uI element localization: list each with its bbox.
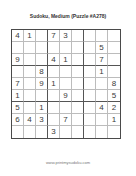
cell-r8c4 [48,114,60,126]
cell-r3c8: 7 [96,54,108,66]
cell-r2c5 [60,42,72,54]
cell-r5c4: 1 [48,78,60,90]
cell-r1c3 [36,30,48,42]
cell-r7c5 [60,102,72,114]
printable-sudoku-page: { "game": "sudoku", "title": "Sudoku, Me… [0,0,136,176]
cell-r2c6 [72,42,84,54]
cell-r5c9: 8 [108,78,120,90]
cell-r5c2 [24,78,36,90]
cell-r9c9 [108,126,120,138]
cell-r3c1: 9 [12,54,24,66]
cell-r8c5: 7 [60,114,72,126]
cell-r8c3: 3 [36,114,48,126]
cell-r8c6 [72,114,84,126]
cell-r7c9: 2 [108,102,120,114]
cell-r6c5: 9 [60,90,72,102]
cell-r4c1 [12,66,24,78]
cell-r1c9 [108,30,120,42]
cell-r5c3: 9 [36,78,48,90]
cell-r3c9 [108,54,120,66]
cell-r7c3: 1 [36,102,48,114]
cell-r4c6 [72,66,84,78]
cell-r3c6 [72,54,84,66]
cell-r6c9: 5 [108,90,120,102]
cell-r3c3 [36,54,48,66]
cell-r9c3 [36,126,48,138]
sudoku-grid: 4173594178179181955142643713 [11,29,121,139]
cell-r8c1: 6 [12,114,24,126]
cell-r9c5 [60,126,72,138]
cell-r3c4: 4 [48,54,60,66]
cell-r9c7 [84,126,96,138]
cell-r1c2: 1 [24,30,36,42]
cell-r1c1: 4 [12,30,24,42]
cell-r8c7 [84,114,96,126]
cell-r6c3 [36,90,48,102]
cell-r3c2 [24,54,36,66]
cell-r7c2 [24,102,36,114]
puzzle-title: Sudoku, Medium (Puzzle #A278) [0,13,136,19]
cell-r4c3: 8 [36,66,48,78]
sudoku-board-container: 4173594178179181955142643713 [11,29,121,139]
cell-r9c4: 3 [48,126,60,138]
footer-url: www.printmysudoku.com [0,160,136,165]
cell-r6c6 [72,90,84,102]
cell-r2c4 [48,42,60,54]
cell-r7c7 [84,102,96,114]
cell-r3c7 [84,54,96,66]
cell-r8c9: 1 [108,114,120,126]
cell-r7c6 [72,102,84,114]
cell-r2c9 [108,42,120,54]
cell-r3c5: 1 [60,54,72,66]
cell-r2c8: 5 [96,42,108,54]
cell-r5c1: 7 [12,78,24,90]
cell-r4c9 [108,66,120,78]
cell-r7c4 [48,102,60,114]
cell-r2c2 [24,42,36,54]
cell-r8c2: 4 [24,114,36,126]
cell-r2c3 [36,42,48,54]
cell-r5c8 [96,78,108,90]
cell-r4c4 [48,66,60,78]
cell-r6c1: 1 [12,90,24,102]
cell-r1c8 [96,30,108,42]
cell-r6c8 [96,90,108,102]
cell-r8c8 [96,114,108,126]
cell-r6c2 [24,90,36,102]
cell-r4c7 [84,66,96,78]
cell-r1c4: 7 [48,30,60,42]
cell-r2c7 [84,42,96,54]
cell-r4c8: 1 [96,66,108,78]
cell-r2c1 [12,42,24,54]
cell-r9c8 [96,126,108,138]
cell-r1c7 [84,30,96,42]
cell-r5c7 [84,78,96,90]
cell-r5c6 [72,78,84,90]
cell-r6c4 [48,90,60,102]
cell-r5c5 [60,78,72,90]
cell-r9c6 [72,126,84,138]
cell-r7c1: 5 [12,102,24,114]
cell-r9c2 [24,126,36,138]
cell-r7c8: 4 [96,102,108,114]
cell-r6c7 [84,90,96,102]
cell-r4c2 [24,66,36,78]
cell-r4c5 [60,66,72,78]
cell-r1c6 [72,30,84,42]
cell-r9c1 [12,126,24,138]
cell-r1c5: 3 [60,30,72,42]
